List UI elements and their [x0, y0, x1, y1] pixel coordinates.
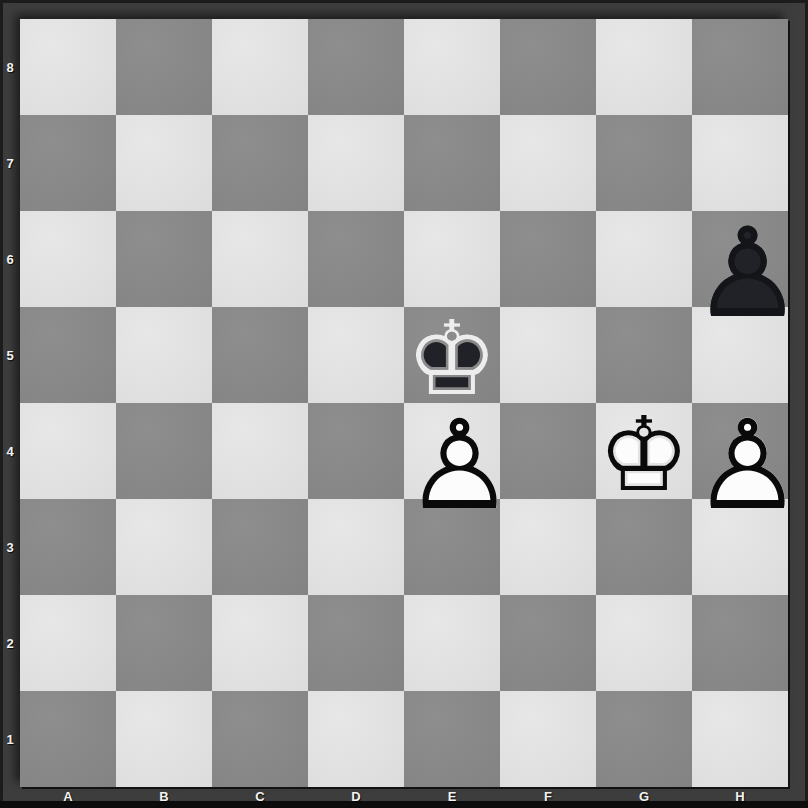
rank-label-5: 5 — [0, 307, 20, 403]
rank-label-1: 1 — [0, 691, 20, 787]
square-b4[interactable] — [116, 403, 212, 499]
square-g2[interactable] — [596, 595, 692, 691]
square-h8[interactable] — [692, 19, 788, 115]
square-c5[interactable] — [212, 307, 308, 403]
file-label-f: F — [500, 788, 596, 804]
square-c8[interactable] — [212, 19, 308, 115]
square-d3[interactable] — [308, 499, 404, 595]
square-b5[interactable] — [116, 307, 212, 403]
square-d1[interactable] — [308, 691, 404, 787]
square-h7[interactable] — [692, 115, 788, 211]
chess-board-frame: ♟♙♚♔♟♙♚♔♟♙ 87654321 ABCDEFGH — [0, 0, 808, 808]
square-h2[interactable] — [692, 595, 788, 691]
square-a2[interactable] — [20, 595, 116, 691]
square-d4[interactable] — [308, 403, 404, 499]
square-f8[interactable] — [500, 19, 596, 115]
square-d2[interactable] — [308, 595, 404, 691]
square-a3[interactable] — [20, 499, 116, 595]
square-c3[interactable] — [212, 499, 308, 595]
file-label-d: D — [308, 788, 404, 804]
square-a8[interactable] — [20, 19, 116, 115]
file-label-h: H — [692, 788, 788, 804]
square-b2[interactable] — [116, 595, 212, 691]
rank-label-3: 3 — [0, 499, 20, 595]
square-g1[interactable] — [596, 691, 692, 787]
square-f1[interactable] — [500, 691, 596, 787]
square-g8[interactable] — [596, 19, 692, 115]
rank-label-8: 8 — [0, 19, 20, 115]
square-f6[interactable] — [500, 211, 596, 307]
square-e2[interactable] — [404, 595, 500, 691]
square-f2[interactable] — [500, 595, 596, 691]
chess-board: ♟♙♚♔♟♙♚♔♟♙ — [20, 19, 788, 787]
rank-label-2: 2 — [0, 595, 20, 691]
square-b6[interactable] — [116, 211, 212, 307]
square-b1[interactable] — [116, 691, 212, 787]
square-c1[interactable] — [212, 691, 308, 787]
square-e5[interactable]: ♚♔ — [404, 307, 500, 403]
square-f5[interactable] — [500, 307, 596, 403]
rank-label-4: 4 — [0, 403, 20, 499]
square-e7[interactable] — [404, 115, 500, 211]
white-pawn-h4[interactable]: ♟♙ — [692, 403, 803, 527]
square-f7[interactable] — [500, 115, 596, 211]
square-b8[interactable] — [116, 19, 212, 115]
black-pawn-h6[interactable]: ♟♙ — [692, 211, 803, 335]
square-e6[interactable] — [404, 211, 500, 307]
white-pawn-e4[interactable]: ♟♙ — [404, 403, 515, 527]
square-h6[interactable]: ♟♙ — [692, 211, 788, 307]
white-king-g4[interactable]: ♚♔ — [598, 403, 690, 506]
file-label-e: E — [404, 788, 500, 804]
square-h1[interactable] — [692, 691, 788, 787]
square-g4[interactable]: ♚♔ — [596, 403, 692, 499]
file-label-c: C — [212, 788, 308, 804]
square-a1[interactable] — [20, 691, 116, 787]
square-c2[interactable] — [212, 595, 308, 691]
square-d7[interactable] — [308, 115, 404, 211]
square-g5[interactable] — [596, 307, 692, 403]
square-b7[interactable] — [116, 115, 212, 211]
file-label-g: G — [596, 788, 692, 804]
rank-label-6: 6 — [0, 211, 20, 307]
square-d5[interactable] — [308, 307, 404, 403]
square-c4[interactable] — [212, 403, 308, 499]
square-b3[interactable] — [116, 499, 212, 595]
file-label-b: B — [116, 788, 212, 804]
square-e4[interactable]: ♟♙ — [404, 403, 500, 499]
square-h4[interactable]: ♟♙ — [692, 403, 788, 499]
square-d8[interactable] — [308, 19, 404, 115]
square-a4[interactable] — [20, 403, 116, 499]
square-d6[interactable] — [308, 211, 404, 307]
square-e1[interactable] — [404, 691, 500, 787]
square-a5[interactable] — [20, 307, 116, 403]
square-a7[interactable] — [20, 115, 116, 211]
square-a6[interactable] — [20, 211, 116, 307]
square-c7[interactable] — [212, 115, 308, 211]
square-c6[interactable] — [212, 211, 308, 307]
square-g6[interactable] — [596, 211, 692, 307]
file-label-a: A — [20, 788, 116, 804]
square-g7[interactable] — [596, 115, 692, 211]
square-e8[interactable] — [404, 19, 500, 115]
rank-label-7: 7 — [0, 115, 20, 211]
